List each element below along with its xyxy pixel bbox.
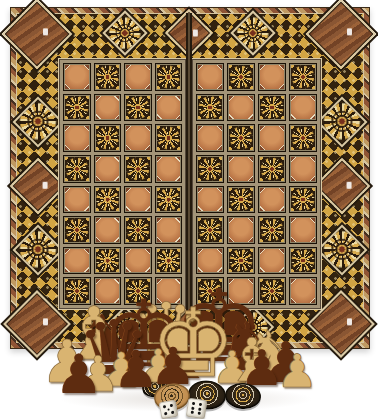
board-square-plain <box>196 63 224 91</box>
board-square-mosaic <box>289 63 317 91</box>
rosette-medallion <box>230 10 275 55</box>
rosette-pattern <box>19 231 56 268</box>
board-square-mosaic <box>289 247 317 275</box>
board-square-plain <box>258 186 286 214</box>
board-square-mosaic <box>258 277 286 305</box>
board-square-plain <box>289 94 317 122</box>
board-square-mosaic <box>196 216 224 244</box>
fold-seam <box>186 13 192 343</box>
board-square-plain <box>155 216 183 244</box>
board-square-plain <box>63 63 91 91</box>
board-square-plain <box>227 216 255 244</box>
board-square-mosaic <box>124 277 152 305</box>
chess-piece-light-bishop: ♝ <box>225 343 279 390</box>
board-square-plain <box>196 247 224 275</box>
board-square-mosaic <box>258 216 286 244</box>
rosette-medallion <box>13 225 64 276</box>
board-square-mosaic <box>63 216 91 244</box>
rosette-medallion <box>317 97 368 148</box>
board-square-plain <box>94 155 122 183</box>
board-square-plain <box>155 155 183 183</box>
board-right-panel <box>192 59 321 309</box>
die-showing-5 <box>159 400 179 419</box>
walnut-diamond <box>10 158 67 215</box>
board-square-mosaic <box>196 94 224 122</box>
chess-piece-light-pawn: ♟ <box>41 345 94 391</box>
board-left-panel <box>59 59 186 309</box>
walnut-diamond <box>314 158 371 215</box>
mosaic-gameboard <box>10 7 370 349</box>
board-square-plain <box>155 277 183 305</box>
die-pip <box>170 403 173 406</box>
board-square-plain <box>289 216 317 244</box>
board-square-plain <box>94 277 122 305</box>
board-square-mosaic <box>124 94 152 122</box>
board-square-mosaic <box>289 186 317 214</box>
board-square-plain <box>124 247 152 275</box>
rosette-medallion <box>232 306 274 348</box>
rosette-medallion <box>13 97 64 148</box>
board-square-mosaic <box>94 247 122 275</box>
board-square-mosaic <box>289 124 317 152</box>
rosette-pattern <box>238 312 268 342</box>
board-square-plain <box>289 277 317 305</box>
board-square-mosaic <box>155 124 183 152</box>
board-square-mosaic <box>196 155 224 183</box>
rosette-pattern <box>19 103 56 140</box>
board-square-mosaic <box>94 124 122 152</box>
board-square-plain <box>227 94 255 122</box>
die-pip <box>192 402 196 406</box>
board-square-mosaic <box>124 155 152 183</box>
board-square-plain <box>258 247 286 275</box>
board-square-mosaic <box>227 186 255 214</box>
board-square-plain <box>124 124 152 152</box>
board-square-plain <box>258 63 286 91</box>
board-square-plain <box>196 186 224 214</box>
board-square-mosaic <box>94 63 122 91</box>
die-pip <box>198 407 202 411</box>
rosette-medallion <box>317 225 368 276</box>
board-square-mosaic <box>258 155 286 183</box>
board-square-plain <box>63 186 91 214</box>
die-pip <box>199 402 203 406</box>
board-square-mosaic <box>258 94 286 122</box>
board-square-plain <box>155 94 183 122</box>
die-pip <box>191 406 195 410</box>
board-square-mosaic <box>63 277 91 305</box>
board-square-mosaic <box>155 63 183 91</box>
die-pip <box>162 405 165 408</box>
board-square-plain <box>227 277 255 305</box>
rosette-medallion <box>102 10 147 55</box>
board-square-mosaic <box>94 186 122 214</box>
rosette-pattern <box>110 312 140 342</box>
rosette-pattern <box>323 103 360 140</box>
board-square-mosaic <box>124 216 152 244</box>
board-square-plain <box>258 124 286 152</box>
product-photo[interactable]: ♞♝♚♛♚♞♞♟♝♟♝♟♚♟♛♟♟♟♟♟♟♟ <box>0 0 378 419</box>
board-square-mosaic <box>227 124 255 152</box>
board-square-mosaic <box>155 186 183 214</box>
die-pip <box>167 408 170 411</box>
rosette-medallion <box>104 306 146 348</box>
board-square-mosaic <box>63 94 91 122</box>
board-square-mosaic <box>196 277 224 305</box>
die-pip <box>191 411 195 415</box>
die-pip <box>197 412 201 416</box>
board-square-mosaic <box>155 247 183 275</box>
board-field <box>16 13 364 343</box>
die-pip <box>164 412 167 415</box>
board-square-plain <box>94 94 122 122</box>
board-square-mosaic <box>63 155 91 183</box>
board-square-plain <box>124 63 152 91</box>
board-square-plain <box>94 216 122 244</box>
board-square-mosaic <box>227 247 255 275</box>
board-square-plain <box>63 124 91 152</box>
die-pip <box>171 411 174 414</box>
rosette-pattern <box>323 231 360 268</box>
board-square-plain <box>124 186 152 214</box>
chess-piece-dark-pawn: ♟ <box>261 347 311 391</box>
rosette-pattern <box>109 17 141 49</box>
board-square-plain <box>196 124 224 152</box>
rosette-pattern <box>237 17 269 49</box>
die-showing-6 <box>186 398 207 419</box>
board-square-plain <box>227 155 255 183</box>
board-square-mosaic <box>227 63 255 91</box>
board-square-plain <box>63 247 91 275</box>
board-square-plain <box>289 155 317 183</box>
